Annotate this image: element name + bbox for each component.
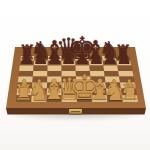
black-pawn-h7[interactable]: ♟ xyxy=(116,49,132,67)
brass-clasp xyxy=(69,109,82,114)
white-rook-h1[interactable]: ♜ xyxy=(120,82,140,104)
chessboard-photo: ♜♞♝♛♚♝♞♜♟♟♟♟♟♟♟♟♟♟♟♟♟♟♟♟♜♞♝♛♚♝♞♜ xyxy=(0,0,150,150)
clasp-engraving xyxy=(71,111,80,112)
